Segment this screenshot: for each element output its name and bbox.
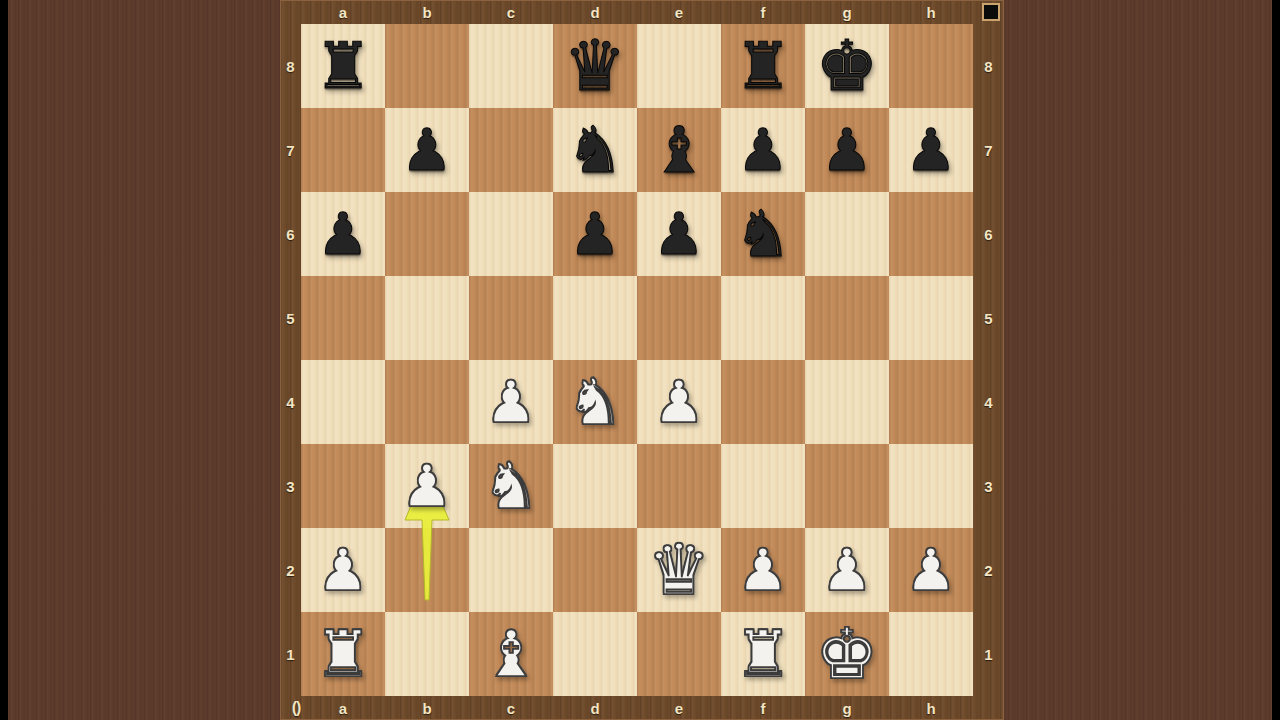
square-d2[interactable] bbox=[553, 528, 637, 612]
piece-white-pawn[interactable]: ♟ bbox=[385, 444, 469, 528]
letterbox-left bbox=[0, 0, 8, 720]
side-to-move-indicator bbox=[982, 3, 1000, 21]
file-label-f: f bbox=[721, 0, 805, 24]
piece-black-queen[interactable]: ♛ bbox=[553, 24, 637, 108]
square-g4[interactable] bbox=[805, 360, 889, 444]
piece-white-pawn[interactable]: ♟ bbox=[469, 360, 553, 444]
square-c5[interactable] bbox=[469, 276, 553, 360]
square-f3[interactable] bbox=[721, 444, 805, 528]
square-c2[interactable] bbox=[469, 528, 553, 612]
file-label-g: g bbox=[805, 0, 889, 24]
square-c3[interactable]: ♞ bbox=[469, 444, 553, 528]
square-g2[interactable]: ♟ bbox=[805, 528, 889, 612]
rank-label-7: 7 bbox=[973, 108, 1004, 192]
file-label-a: a bbox=[301, 696, 385, 720]
rank-label-3: 3 bbox=[280, 444, 301, 528]
file-label-e: e bbox=[637, 696, 721, 720]
file-label-b: b bbox=[385, 0, 469, 24]
square-f1[interactable]: ♜ bbox=[721, 612, 805, 696]
square-g1[interactable]: ♚ bbox=[805, 612, 889, 696]
file-label-e: e bbox=[637, 0, 721, 24]
rank-label-4: 4 bbox=[973, 360, 1004, 444]
piece-white-king[interactable]: ♚ bbox=[805, 612, 889, 696]
square-e5[interactable] bbox=[637, 276, 721, 360]
square-a8[interactable]: ♜ bbox=[301, 24, 385, 108]
square-a1[interactable]: ♜ bbox=[301, 612, 385, 696]
rank-label-8: 8 bbox=[973, 24, 1004, 108]
square-d1[interactable] bbox=[553, 612, 637, 696]
app-background: abcdefgh 87654321 87654321 abcdefgh ♜♛♜♚… bbox=[0, 0, 1280, 720]
piece-black-bishop[interactable]: ♝ bbox=[637, 108, 721, 192]
square-f7[interactable]: ♟ bbox=[721, 108, 805, 192]
square-a6[interactable]: ♟ bbox=[301, 192, 385, 276]
square-c8[interactable] bbox=[469, 24, 553, 108]
file-label-a: a bbox=[301, 0, 385, 24]
file-label-h: h bbox=[889, 0, 973, 24]
square-b4[interactable] bbox=[385, 360, 469, 444]
rank-label-2: 2 bbox=[973, 528, 1004, 612]
file-label-d: d bbox=[553, 696, 637, 720]
rank-label-2: 2 bbox=[280, 528, 301, 612]
file-label-g: g bbox=[805, 696, 889, 720]
rank-label-3: 3 bbox=[973, 444, 1004, 528]
square-e1[interactable] bbox=[637, 612, 721, 696]
rank-label-8: 8 bbox=[280, 24, 301, 108]
square-g5[interactable] bbox=[805, 276, 889, 360]
square-e7[interactable]: ♝ bbox=[637, 108, 721, 192]
piece-white-knight[interactable]: ♞ bbox=[469, 444, 553, 528]
square-h1[interactable] bbox=[889, 612, 973, 696]
file-label-c: c bbox=[469, 696, 553, 720]
square-h8[interactable] bbox=[889, 24, 973, 108]
piece-white-rook[interactable]: ♜ bbox=[721, 612, 805, 696]
square-h6[interactable] bbox=[889, 192, 973, 276]
piece-black-pawn[interactable]: ♟ bbox=[301, 192, 385, 276]
square-a7[interactable] bbox=[301, 108, 385, 192]
rank-label-1: 1 bbox=[973, 612, 1004, 696]
file-labels-bottom: abcdefgh bbox=[280, 696, 1004, 720]
square-d3[interactable] bbox=[553, 444, 637, 528]
piece-black-pawn[interactable]: ♟ bbox=[721, 108, 805, 192]
piece-black-knight[interactable]: ♞ bbox=[553, 108, 637, 192]
piece-white-pawn[interactable]: ♟ bbox=[637, 360, 721, 444]
piece-white-pawn[interactable]: ♟ bbox=[301, 528, 385, 612]
rank-label-7: 7 bbox=[280, 108, 301, 192]
square-f4[interactable] bbox=[721, 360, 805, 444]
file-label-f: f bbox=[721, 696, 805, 720]
square-a3[interactable] bbox=[301, 444, 385, 528]
square-b8[interactable] bbox=[385, 24, 469, 108]
square-h2[interactable]: ♟ bbox=[889, 528, 973, 612]
rank-label-1: 1 bbox=[280, 612, 301, 696]
square-d5[interactable] bbox=[553, 276, 637, 360]
rank-label-4: 4 bbox=[280, 360, 301, 444]
square-b5[interactable] bbox=[385, 276, 469, 360]
square-g8[interactable]: ♚ bbox=[805, 24, 889, 108]
square-h7[interactable]: ♟ bbox=[889, 108, 973, 192]
letterbox-right bbox=[1272, 0, 1280, 720]
file-label-d: d bbox=[553, 0, 637, 24]
square-b7[interactable]: ♟ bbox=[385, 108, 469, 192]
piece-white-pawn[interactable]: ♟ bbox=[805, 528, 889, 612]
piece-black-pawn[interactable]: ♟ bbox=[637, 192, 721, 276]
square-a4[interactable] bbox=[301, 360, 385, 444]
square-h5[interactable] bbox=[889, 276, 973, 360]
piece-black-pawn[interactable]: ♟ bbox=[385, 108, 469, 192]
square-d7[interactable]: ♞ bbox=[553, 108, 637, 192]
flip-board-icon[interactable]: () bbox=[283, 697, 309, 719]
square-c6[interactable] bbox=[469, 192, 553, 276]
square-f8[interactable]: ♜ bbox=[721, 24, 805, 108]
piece-black-pawn[interactable]: ♟ bbox=[805, 108, 889, 192]
file-labels-top: abcdefgh bbox=[280, 0, 1004, 24]
file-label-h: h bbox=[889, 696, 973, 720]
square-b2[interactable] bbox=[385, 528, 469, 612]
chess-board: abcdefgh 87654321 87654321 abcdefgh ♜♛♜♚… bbox=[280, 0, 1004, 720]
piece-black-rook[interactable]: ♜ bbox=[301, 24, 385, 108]
piece-white-knight[interactable]: ♞ bbox=[553, 360, 637, 444]
rank-label-6: 6 bbox=[280, 192, 301, 276]
piece-white-pawn[interactable]: ♟ bbox=[721, 528, 805, 612]
piece-black-pawn[interactable]: ♟ bbox=[889, 108, 973, 192]
square-g7[interactable]: ♟ bbox=[805, 108, 889, 192]
rank-label-5: 5 bbox=[973, 276, 1004, 360]
file-label-b: b bbox=[385, 696, 469, 720]
rank-label-6: 6 bbox=[973, 192, 1004, 276]
square-c1[interactable]: ♝ bbox=[469, 612, 553, 696]
square-e8[interactable] bbox=[637, 24, 721, 108]
square-g6[interactable] bbox=[805, 192, 889, 276]
rank-label-5: 5 bbox=[280, 276, 301, 360]
board-squares: ♜♛♜♚♟♞♝♟♟♟♟♟♟♞♟♞♟♟♞♟♛♟♟♟♜♝♜♚ bbox=[301, 24, 973, 696]
square-a2[interactable]: ♟ bbox=[301, 528, 385, 612]
piece-black-king[interactable]: ♚ bbox=[805, 24, 889, 108]
square-b1[interactable] bbox=[385, 612, 469, 696]
piece-black-rook[interactable]: ♜ bbox=[721, 24, 805, 108]
square-d6[interactable]: ♟ bbox=[553, 192, 637, 276]
square-a5[interactable] bbox=[301, 276, 385, 360]
square-g3[interactable] bbox=[805, 444, 889, 528]
square-d8[interactable]: ♛ bbox=[553, 24, 637, 108]
square-e3[interactable] bbox=[637, 444, 721, 528]
square-h4[interactable] bbox=[889, 360, 973, 444]
piece-black-pawn[interactable]: ♟ bbox=[553, 192, 637, 276]
square-c4[interactable]: ♟ bbox=[469, 360, 553, 444]
piece-white-pawn[interactable]: ♟ bbox=[889, 528, 973, 612]
square-f6[interactable]: ♞ bbox=[721, 192, 805, 276]
piece-white-rook[interactable]: ♜ bbox=[301, 612, 385, 696]
square-d4[interactable]: ♞ bbox=[553, 360, 637, 444]
square-f5[interactable] bbox=[721, 276, 805, 360]
rank-labels-left: 87654321 bbox=[280, 24, 301, 696]
piece-white-bishop[interactable]: ♝ bbox=[469, 612, 553, 696]
square-h3[interactable] bbox=[889, 444, 973, 528]
square-e2[interactable]: ♛ bbox=[637, 528, 721, 612]
piece-white-queen[interactable]: ♛ bbox=[637, 528, 721, 612]
square-c7[interactable] bbox=[469, 108, 553, 192]
square-f2[interactable]: ♟ bbox=[721, 528, 805, 612]
square-e4[interactable]: ♟ bbox=[637, 360, 721, 444]
file-label-c: c bbox=[469, 0, 553, 24]
square-b6[interactable] bbox=[385, 192, 469, 276]
piece-black-knight[interactable]: ♞ bbox=[721, 192, 805, 276]
square-b3[interactable]: ♟ bbox=[385, 444, 469, 528]
square-e6[interactable]: ♟ bbox=[637, 192, 721, 276]
rank-labels-right: 87654321 bbox=[973, 24, 1004, 696]
